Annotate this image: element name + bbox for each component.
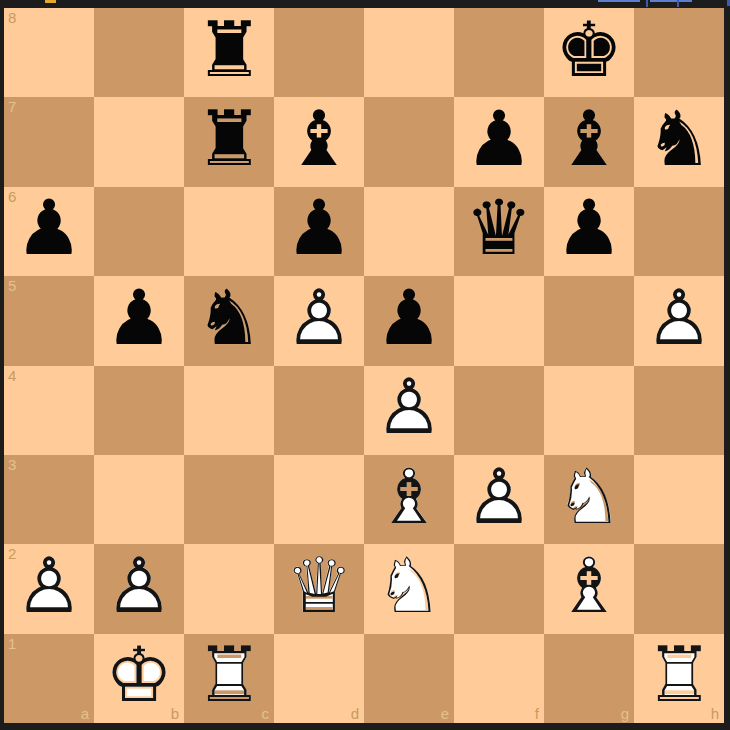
rank-label-7: 7: [8, 99, 16, 114]
square-d4[interactable]: [274, 366, 364, 455]
white-pawn-outline-glyph: ♙: [4, 548, 94, 624]
white-king-outline-glyph: ♔: [94, 637, 184, 713]
square-g3[interactable]: ♞♘: [544, 455, 634, 544]
square-e2[interactable]: ♞♘: [364, 544, 454, 633]
piece-white-knight[interactable]: ♞♘: [544, 455, 634, 544]
file-label-a: a: [81, 706, 89, 721]
square-e7[interactable]: [364, 97, 454, 186]
white-pawn-fill-glyph: ♟: [94, 548, 184, 624]
white-pawn-fill-glyph: ♟: [4, 548, 94, 624]
black-pawn-glyph: ♟: [544, 190, 634, 266]
black-knight-glyph: ♞: [634, 101, 724, 177]
crop-artifact-yellow: [45, 0, 56, 3]
rank-label-4: 4: [8, 368, 16, 383]
square-f4[interactable]: [454, 366, 544, 455]
piece-white-king[interactable]: ♚♔: [94, 634, 184, 723]
square-d1[interactable]: d: [274, 634, 364, 723]
square-g6[interactable]: ♟: [544, 187, 634, 276]
piece-white-pawn[interactable]: ♟♙: [274, 276, 364, 365]
piece-black-bishop[interactable]: ♝: [274, 97, 364, 186]
white-rook-fill-glyph: ♜: [184, 637, 274, 713]
square-h6[interactable]: [634, 187, 724, 276]
piece-white-rook[interactable]: ♜♖: [634, 634, 724, 723]
square-b5[interactable]: ♟: [94, 276, 184, 365]
piece-black-king[interactable]: ♚: [544, 8, 634, 97]
square-b8[interactable]: [94, 8, 184, 97]
square-c7[interactable]: ♜: [184, 97, 274, 186]
square-h4[interactable]: [634, 366, 724, 455]
white-pawn-outline-glyph: ♙: [454, 459, 544, 535]
square-c8[interactable]: ♜: [184, 8, 274, 97]
square-g8[interactable]: ♚: [544, 8, 634, 97]
square-g7[interactable]: ♝: [544, 97, 634, 186]
file-label-g: g: [621, 706, 629, 721]
square-g1[interactable]: g: [544, 634, 634, 723]
white-bishop-fill-glyph: ♝: [364, 459, 454, 535]
square-c2[interactable]: [184, 544, 274, 633]
square-f1[interactable]: f: [454, 634, 544, 723]
white-bishop-outline-glyph: ♗: [364, 459, 454, 535]
square-b6[interactable]: [94, 187, 184, 276]
square-g4[interactable]: [544, 366, 634, 455]
piece-black-knight[interactable]: ♞: [184, 276, 274, 365]
piece-white-queen[interactable]: ♛♕: [274, 544, 364, 633]
square-b3[interactable]: [94, 455, 184, 544]
square-d3[interactable]: [274, 455, 364, 544]
piece-white-bishop[interactable]: ♝♗: [364, 455, 454, 544]
square-h2[interactable]: [634, 544, 724, 633]
square-c6[interactable]: [184, 187, 274, 276]
square-c5[interactable]: ♞: [184, 276, 274, 365]
square-c3[interactable]: [184, 455, 274, 544]
piece-black-pawn[interactable]: ♟: [364, 276, 454, 365]
square-d5[interactable]: ♟♙: [274, 276, 364, 365]
square-f3[interactable]: ♟♙: [454, 455, 544, 544]
square-a7[interactable]: 7: [4, 97, 94, 186]
piece-white-pawn[interactable]: ♟♙: [4, 544, 94, 633]
white-pawn-fill-glyph: ♟: [634, 280, 724, 356]
square-g5[interactable]: [544, 276, 634, 365]
black-pawn-glyph: ♟: [94, 280, 184, 356]
black-king-glyph: ♚: [544, 12, 634, 88]
square-a2[interactable]: 2♟♙: [4, 544, 94, 633]
crop-artifact-blue-tick: [677, 0, 679, 7]
square-d7[interactable]: ♝: [274, 97, 364, 186]
white-pawn-fill-glyph: ♟: [364, 369, 454, 445]
white-queen-fill-glyph: ♛: [274, 548, 364, 624]
square-e4[interactable]: ♟♙: [364, 366, 454, 455]
piece-black-rook[interactable]: ♜: [184, 97, 274, 186]
white-pawn-outline-glyph: ♙: [274, 280, 364, 356]
black-bishop-glyph: ♝: [274, 101, 364, 177]
square-a3[interactable]: 3: [4, 455, 94, 544]
square-b1[interactable]: b♚♔: [94, 634, 184, 723]
square-h5[interactable]: ♟♙: [634, 276, 724, 365]
white-bishop-outline-glyph: ♗: [544, 548, 634, 624]
black-pawn-glyph: ♟: [364, 280, 454, 356]
piece-black-pawn[interactable]: ♟: [274, 187, 364, 276]
square-d8[interactable]: [274, 8, 364, 97]
piece-white-pawn[interactable]: ♟♙: [454, 455, 544, 544]
piece-white-rook[interactable]: ♜♖: [184, 634, 274, 723]
white-knight-outline-glyph: ♘: [544, 459, 634, 535]
square-h8[interactable]: [634, 8, 724, 97]
piece-black-rook[interactable]: ♜: [184, 8, 274, 97]
black-bishop-glyph: ♝: [544, 101, 634, 177]
square-c4[interactable]: [184, 366, 274, 455]
piece-black-bishop[interactable]: ♝: [544, 97, 634, 186]
crop-artifact-blue: [598, 0, 640, 2]
white-knight-fill-glyph: ♞: [364, 548, 454, 624]
square-c1[interactable]: c♜♖: [184, 634, 274, 723]
square-a8[interactable]: 8: [4, 8, 94, 97]
piece-black-knight[interactable]: ♞: [634, 97, 724, 186]
square-e6[interactable]: [364, 187, 454, 276]
white-rook-outline-glyph: ♖: [184, 637, 274, 713]
file-label-d: d: [351, 706, 359, 721]
rank-label-5: 5: [8, 278, 16, 293]
piece-black-pawn[interactable]: ♟: [94, 276, 184, 365]
white-knight-fill-glyph: ♞: [544, 459, 634, 535]
square-e3[interactable]: ♝♗: [364, 455, 454, 544]
square-g2[interactable]: ♝♗: [544, 544, 634, 633]
square-e8[interactable]: [364, 8, 454, 97]
square-f2[interactable]: [454, 544, 544, 633]
square-d2[interactable]: ♛♕: [274, 544, 364, 633]
square-h1[interactable]: h♜♖: [634, 634, 724, 723]
black-pawn-glyph: ♟: [454, 101, 544, 177]
crop-artifact-blue-tick: [646, 0, 648, 7]
square-e5[interactable]: ♟: [364, 276, 454, 365]
square-a4[interactable]: 4: [4, 366, 94, 455]
black-rook-glyph: ♜: [184, 101, 274, 177]
piece-black-queen[interactable]: ♛: [454, 187, 544, 276]
piece-white-pawn[interactable]: ♟♙: [94, 544, 184, 633]
white-rook-fill-glyph: ♜: [634, 637, 724, 713]
square-b2[interactable]: ♟♙: [94, 544, 184, 633]
piece-white-knight[interactable]: ♞♘: [364, 544, 454, 633]
black-knight-glyph: ♞: [184, 280, 274, 356]
white-pawn-fill-glyph: ♟: [454, 459, 544, 535]
white-pawn-outline-glyph: ♙: [94, 548, 184, 624]
white-queen-outline-glyph: ♕: [274, 548, 364, 624]
square-f8[interactable]: [454, 8, 544, 97]
rank-label-8: 8: [8, 10, 16, 25]
piece-white-pawn[interactable]: ♟♙: [634, 276, 724, 365]
black-queen-glyph: ♛: [454, 190, 544, 266]
square-e1[interactable]: e: [364, 634, 454, 723]
white-king-fill-glyph: ♚: [94, 637, 184, 713]
piece-white-bishop[interactable]: ♝♗: [544, 544, 634, 633]
square-h7[interactable]: ♞: [634, 97, 724, 186]
piece-black-pawn[interactable]: ♟: [544, 187, 634, 276]
white-pawn-fill-glyph: ♟: [274, 280, 364, 356]
square-h3[interactable]: [634, 455, 724, 544]
file-label-e: e: [441, 706, 449, 721]
square-f6[interactable]: ♛: [454, 187, 544, 276]
white-bishop-fill-glyph: ♝: [544, 548, 634, 624]
black-pawn-glyph: ♟: [274, 190, 364, 266]
square-a1[interactable]: 1a: [4, 634, 94, 723]
rank-label-3: 3: [8, 457, 16, 472]
piece-black-pawn[interactable]: ♟: [454, 97, 544, 186]
piece-black-pawn[interactable]: ♟: [4, 187, 94, 276]
square-f5[interactable]: [454, 276, 544, 365]
black-pawn-glyph: ♟: [4, 190, 94, 266]
chess-diagram-frame: 8♜♚7♜♝♟♝♞6♟♟♛♟5♟♞♟♙♟♟♙4♟♙3♝♗♟♙♞♘2♟♙♟♙♛♕♞…: [0, 0, 730, 730]
piece-white-pawn[interactable]: ♟♙: [364, 366, 454, 455]
file-label-f: f: [535, 706, 539, 721]
chess-board: 8♜♚7♜♝♟♝♞6♟♟♛♟5♟♞♟♙♟♟♙4♟♙3♝♗♟♙♞♘2♟♙♟♙♛♕♞…: [4, 8, 724, 723]
white-knight-outline-glyph: ♘: [364, 548, 454, 624]
square-a6[interactable]: 6♟: [4, 187, 94, 276]
black-rook-glyph: ♜: [184, 12, 274, 88]
square-d6[interactable]: ♟: [274, 187, 364, 276]
crop-artifact-blue: [650, 0, 692, 2]
square-a5[interactable]: 5: [4, 276, 94, 365]
white-pawn-outline-glyph: ♙: [634, 280, 724, 356]
square-b7[interactable]: [94, 97, 184, 186]
white-rook-outline-glyph: ♖: [634, 637, 724, 713]
rank-label-1: 1: [8, 636, 16, 651]
white-pawn-outline-glyph: ♙: [364, 369, 454, 445]
square-b4[interactable]: [94, 366, 184, 455]
square-f7[interactable]: ♟: [454, 97, 544, 186]
